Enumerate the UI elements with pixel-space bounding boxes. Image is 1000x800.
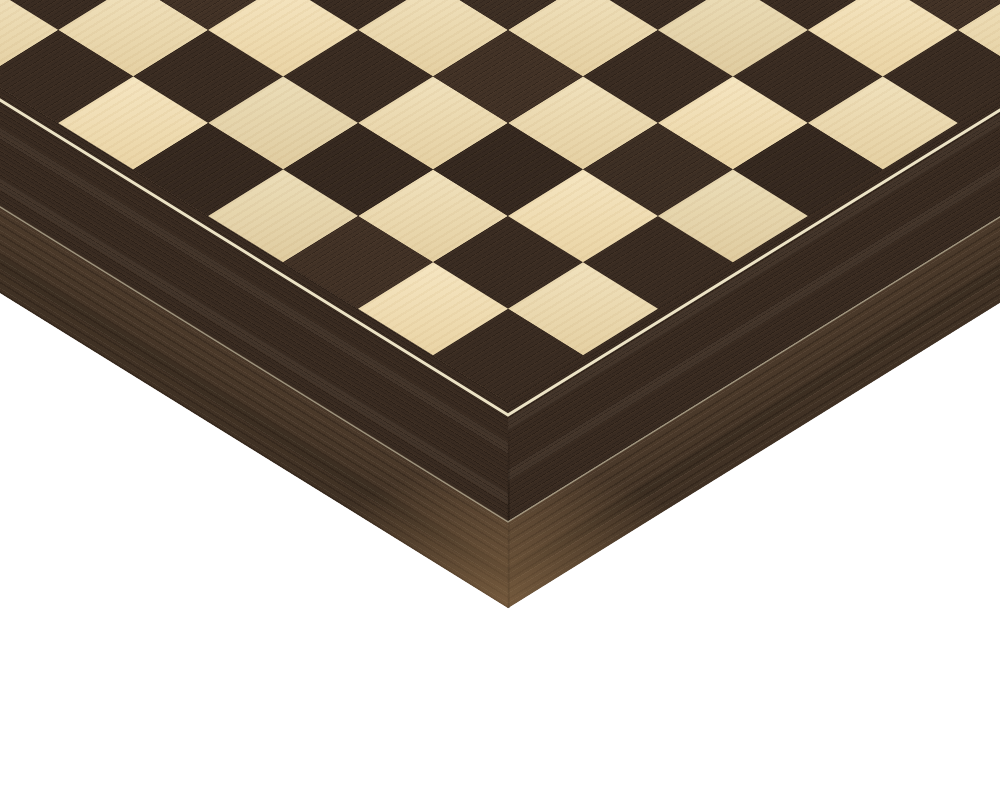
photo-stage: [0, 0, 1000, 800]
border-miter-seam: [508, 416, 510, 521]
board-top-face: [0, 0, 1000, 522]
